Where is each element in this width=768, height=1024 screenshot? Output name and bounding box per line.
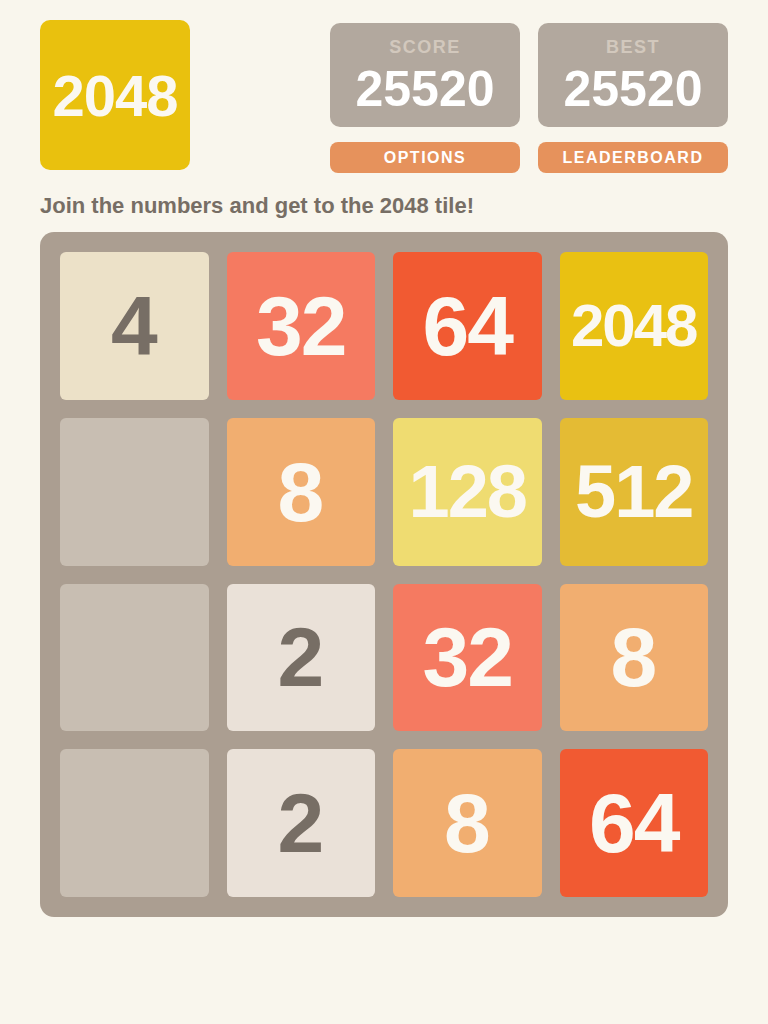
empty-cell-r3c1 <box>60 584 209 732</box>
tile-2048-r1c4: 2048 <box>560 252 709 400</box>
tile-8-r2c2: 8 <box>227 418 376 566</box>
tile-128-r2c3: 128 <box>393 418 542 566</box>
logo-text: 2048 <box>52 62 177 129</box>
tile-4-r1c1: 4 <box>60 252 209 400</box>
tile-64-r4c4: 64 <box>560 749 709 897</box>
tile-512-r2c4: 512 <box>560 418 709 566</box>
tile-8-r4c3: 8 <box>393 749 542 897</box>
tile-32-r3c3: 32 <box>393 584 542 732</box>
board-grid[interactable]: 432642048812851223282864 <box>40 232 728 917</box>
options-button[interactable]: OPTIONS <box>330 142 520 173</box>
subtitle: Join the numbers and get to the 2048 til… <box>40 193 474 219</box>
leaderboard-button[interactable]: LEADERBOARD <box>538 142 728 173</box>
empty-cell-r2c1 <box>60 418 209 566</box>
tile-32-r1c2: 32 <box>227 252 376 400</box>
empty-cell-r4c1 <box>60 749 209 897</box>
tile-64-r1c3: 64 <box>393 252 542 400</box>
tile-2-r4c2: 2 <box>227 749 376 897</box>
best-value: 25520 <box>563 61 702 117</box>
score-label: SCORE <box>389 34 461 61</box>
score-value: 25520 <box>355 61 494 117</box>
tile-8-r3c4: 8 <box>560 584 709 732</box>
logo-2048: 2048 <box>40 20 190 170</box>
best-label: BEST <box>606 34 660 61</box>
score-box: SCORE 25520 <box>330 23 520 127</box>
best-box: BEST 25520 <box>538 23 728 127</box>
tile-2-r3c2: 2 <box>227 584 376 732</box>
